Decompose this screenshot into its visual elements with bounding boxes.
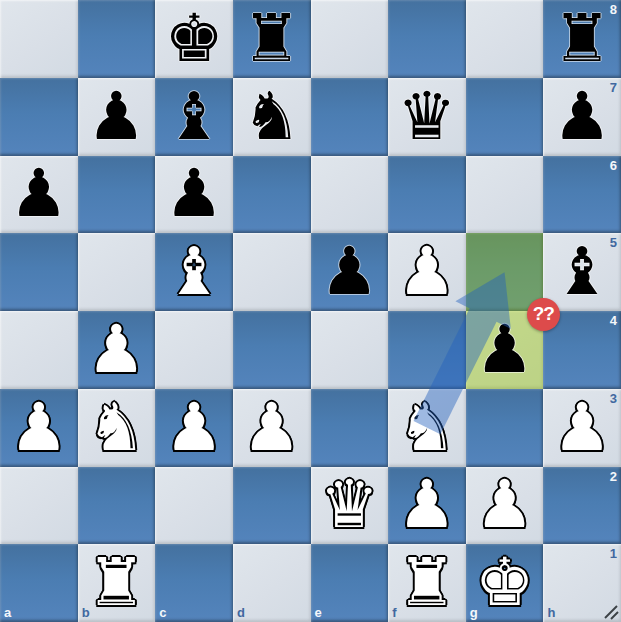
square-e3[interactable] — [311, 389, 389, 467]
square-a5[interactable] — [0, 233, 78, 311]
file-label-e: e — [315, 605, 322, 620]
square-e8[interactable] — [311, 0, 389, 78]
square-c8[interactable]: ♚ — [155, 0, 233, 78]
rank-label-1: 1 — [610, 546, 617, 561]
square-g6[interactable] — [466, 156, 544, 234]
square-e7[interactable] — [311, 78, 389, 156]
square-d3[interactable]: ♟ — [233, 389, 311, 467]
black-bishop[interactable]: ♝ — [155, 78, 233, 156]
square-g2[interactable]: ♟ — [466, 467, 544, 545]
black-queen[interactable]: ♛ — [388, 78, 466, 156]
square-e1[interactable]: e — [311, 544, 389, 622]
white-rook[interactable]: ♜ — [388, 544, 466, 622]
square-a2[interactable] — [0, 467, 78, 545]
square-f3[interactable]: ♞ — [388, 389, 466, 467]
square-a1[interactable]: a — [0, 544, 78, 622]
rank-label-2: 2 — [610, 469, 617, 484]
square-h2[interactable]: 2 — [543, 467, 621, 545]
white-pawn[interactable]: ♟ — [388, 233, 466, 311]
square-h8[interactable]: ♜8 — [543, 0, 621, 78]
white-queen[interactable]: ♛ — [311, 467, 389, 545]
black-pawn[interactable]: ♟ — [543, 78, 621, 156]
square-b5[interactable] — [78, 233, 156, 311]
rank-label-4: 4 — [610, 313, 617, 328]
rank-label-6: 6 — [610, 158, 617, 173]
square-d4[interactable] — [233, 311, 311, 389]
square-h7[interactable]: ♟7 — [543, 78, 621, 156]
square-c5[interactable]: ♝ — [155, 233, 233, 311]
white-knight[interactable]: ♞ — [78, 389, 156, 467]
square-g7[interactable] — [466, 78, 544, 156]
file-label-a: a — [4, 605, 11, 620]
square-c4[interactable] — [155, 311, 233, 389]
square-e4[interactable] — [311, 311, 389, 389]
chess-board: ♚♜♜8♟♝♞♛♟7♟♟6♝♟♟♝5♟♟4♟♞♟♟♞♟3♛♟♟2a♜bcde♜f… — [0, 0, 621, 622]
square-f5[interactable]: ♟ — [388, 233, 466, 311]
white-bishop[interactable]: ♝ — [155, 233, 233, 311]
white-pawn[interactable]: ♟ — [388, 467, 466, 545]
white-rook[interactable]: ♜ — [78, 544, 156, 622]
black-rook[interactable]: ♜ — [543, 0, 621, 78]
square-f6[interactable] — [388, 156, 466, 234]
square-d7[interactable]: ♞ — [233, 78, 311, 156]
square-c7[interactable]: ♝ — [155, 78, 233, 156]
square-e2[interactable]: ♛ — [311, 467, 389, 545]
resize-grip-icon — [605, 606, 618, 619]
square-d1[interactable]: d — [233, 544, 311, 622]
black-pawn[interactable]: ♟ — [78, 78, 156, 156]
black-pawn[interactable]: ♟ — [311, 233, 389, 311]
square-c1[interactable]: c — [155, 544, 233, 622]
square-g5[interactable] — [466, 233, 544, 311]
square-d2[interactable] — [233, 467, 311, 545]
white-knight[interactable]: ♞ — [388, 389, 466, 467]
square-f4[interactable] — [388, 311, 466, 389]
square-d5[interactable] — [233, 233, 311, 311]
blunder-badge: ?? — [527, 298, 560, 331]
square-g1[interactable]: ♚g — [466, 544, 544, 622]
square-c6[interactable]: ♟ — [155, 156, 233, 234]
square-b7[interactable]: ♟ — [78, 78, 156, 156]
white-pawn[interactable]: ♟ — [543, 389, 621, 467]
black-knight[interactable]: ♞ — [233, 78, 311, 156]
square-h5[interactable]: ♝5 — [543, 233, 621, 311]
square-f8[interactable] — [388, 0, 466, 78]
white-pawn[interactable]: ♟ — [233, 389, 311, 467]
black-rook[interactable]: ♜ — [233, 0, 311, 78]
square-g8[interactable] — [466, 0, 544, 78]
square-a8[interactable] — [0, 0, 78, 78]
white-pawn[interactable]: ♟ — [0, 389, 78, 467]
file-label-h: h — [547, 605, 555, 620]
square-a6[interactable]: ♟ — [0, 156, 78, 234]
file-label-c: c — [159, 605, 166, 620]
file-label-d: d — [237, 605, 245, 620]
square-f7[interactable]: ♛ — [388, 78, 466, 156]
square-b1[interactable]: ♜b — [78, 544, 156, 622]
board-resize-handle[interactable] — [600, 601, 620, 621]
white-king[interactable]: ♚ — [466, 544, 544, 622]
square-b8[interactable] — [78, 0, 156, 78]
square-g3[interactable] — [466, 389, 544, 467]
square-f2[interactable]: ♟ — [388, 467, 466, 545]
square-h6[interactable]: 6 — [543, 156, 621, 234]
square-a3[interactable]: ♟ — [0, 389, 78, 467]
square-a4[interactable] — [0, 311, 78, 389]
square-b6[interactable] — [78, 156, 156, 234]
black-pawn[interactable]: ♟ — [0, 156, 78, 234]
square-h3[interactable]: ♟3 — [543, 389, 621, 467]
square-b3[interactable]: ♞ — [78, 389, 156, 467]
square-f1[interactable]: ♜f — [388, 544, 466, 622]
square-d8[interactable]: ♜ — [233, 0, 311, 78]
square-d6[interactable] — [233, 156, 311, 234]
square-b2[interactable] — [78, 467, 156, 545]
black-bishop[interactable]: ♝ — [543, 233, 621, 311]
square-a7[interactable] — [0, 78, 78, 156]
square-e5[interactable]: ♟ — [311, 233, 389, 311]
square-e6[interactable] — [311, 156, 389, 234]
square-b4[interactable]: ♟ — [78, 311, 156, 389]
white-pawn[interactable]: ♟ — [155, 389, 233, 467]
black-king[interactable]: ♚ — [155, 0, 233, 78]
square-c3[interactable]: ♟ — [155, 389, 233, 467]
white-pawn[interactable]: ♟ — [466, 467, 544, 545]
black-pawn[interactable]: ♟ — [155, 156, 233, 234]
square-c2[interactable] — [155, 467, 233, 545]
white-pawn[interactable]: ♟ — [78, 311, 156, 389]
